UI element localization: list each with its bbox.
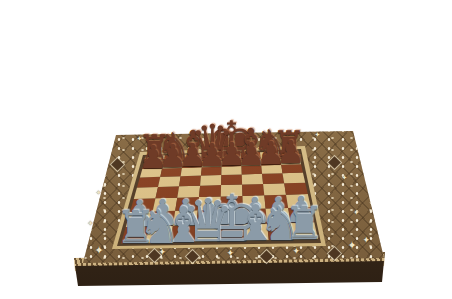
piece-copper-p-h7: ♟ [274,137,306,169]
piece-silver-r-h1: ♜ [281,201,326,246]
piece-silver-q-d1: ♛ [178,192,237,251]
pieces-layer: ♜♞♝♛♚♝♞♜♟♟♟♟♟♟♟♟♟♟♟♟♟♟♟♟♜♞♝♛♚♝♞♜ [0,0,452,299]
piece-silver-b-f1: ♝ [231,199,280,248]
piece-copper-p-f7: ♟ [235,139,267,171]
chess-set-photo: ✦✦✦✦✦✦✦✦✦✦✦✦✦ ♜♞♝♛♚♝♞♜♟♟♟♟♟♟♟♟♟♟♟♟♟♟♟♟♜♞… [0,0,452,299]
piece-copper-p-d7: ♟ [196,140,228,172]
piece-copper-p-b7: ♟ [157,141,189,173]
piece-silver-n-b1: ♞ [136,203,183,250]
